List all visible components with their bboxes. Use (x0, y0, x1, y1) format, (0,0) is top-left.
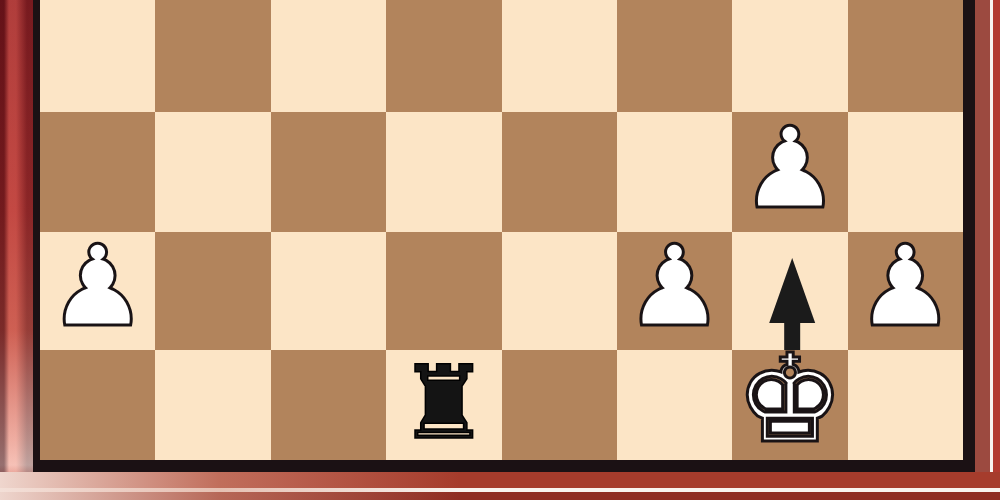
square-f1[interactable] (617, 350, 732, 460)
square-a2[interactable]: ♟ (40, 232, 155, 350)
square-a3[interactable] (40, 112, 155, 232)
square-d3[interactable] (386, 112, 501, 232)
square-g4[interactable] (732, 0, 847, 112)
square-c2[interactable] (271, 232, 386, 350)
white-pawn-f2[interactable]: ♟ (624, 230, 724, 350)
square-h1[interactable] (848, 350, 963, 460)
square-c4[interactable] (271, 0, 386, 112)
square-b4[interactable] (155, 0, 270, 112)
square-f4[interactable] (617, 0, 732, 112)
square-b3[interactable] (155, 112, 270, 232)
white-pawn-h2[interactable]: ♟ (855, 230, 955, 350)
square-d1[interactable]: ♜ (386, 350, 501, 460)
board-frame-bottom (0, 472, 1000, 500)
square-a1[interactable] (40, 350, 155, 460)
board: ♟♟♟♟♜♚ (40, 0, 963, 460)
chess-diagram: ♟♟♟♟♜♚ (0, 0, 1000, 500)
black-rook-d1[interactable]: ♜ (398, 352, 489, 460)
square-e3[interactable] (502, 112, 617, 232)
white-king-g1[interactable]: ♚ (735, 338, 844, 460)
board-inner-border-right (963, 0, 975, 472)
square-b2[interactable] (155, 232, 270, 350)
square-g3[interactable]: ♟ (732, 112, 847, 232)
square-c1[interactable] (271, 350, 386, 460)
square-b1[interactable] (155, 350, 270, 460)
square-f3[interactable] (617, 112, 732, 232)
square-h2[interactable]: ♟ (848, 232, 963, 350)
square-d2[interactable] (386, 232, 501, 350)
board-frame-left (0, 0, 33, 500)
square-f2[interactable]: ♟ (617, 232, 732, 350)
board-inner-border-left (33, 0, 40, 472)
white-pawn-a2[interactable]: ♟ (47, 230, 147, 350)
square-h4[interactable] (848, 0, 963, 112)
square-h3[interactable] (848, 112, 963, 232)
square-e2[interactable] (502, 232, 617, 350)
square-a4[interactable] (40, 0, 155, 112)
square-g1[interactable]: ♚ (732, 350, 847, 460)
square-c3[interactable] (271, 112, 386, 232)
square-e1[interactable] (502, 350, 617, 460)
board-frame-right (975, 0, 1000, 500)
square-d4[interactable] (386, 0, 501, 112)
white-pawn-g3[interactable]: ♟ (740, 112, 840, 232)
square-e4[interactable] (502, 0, 617, 112)
